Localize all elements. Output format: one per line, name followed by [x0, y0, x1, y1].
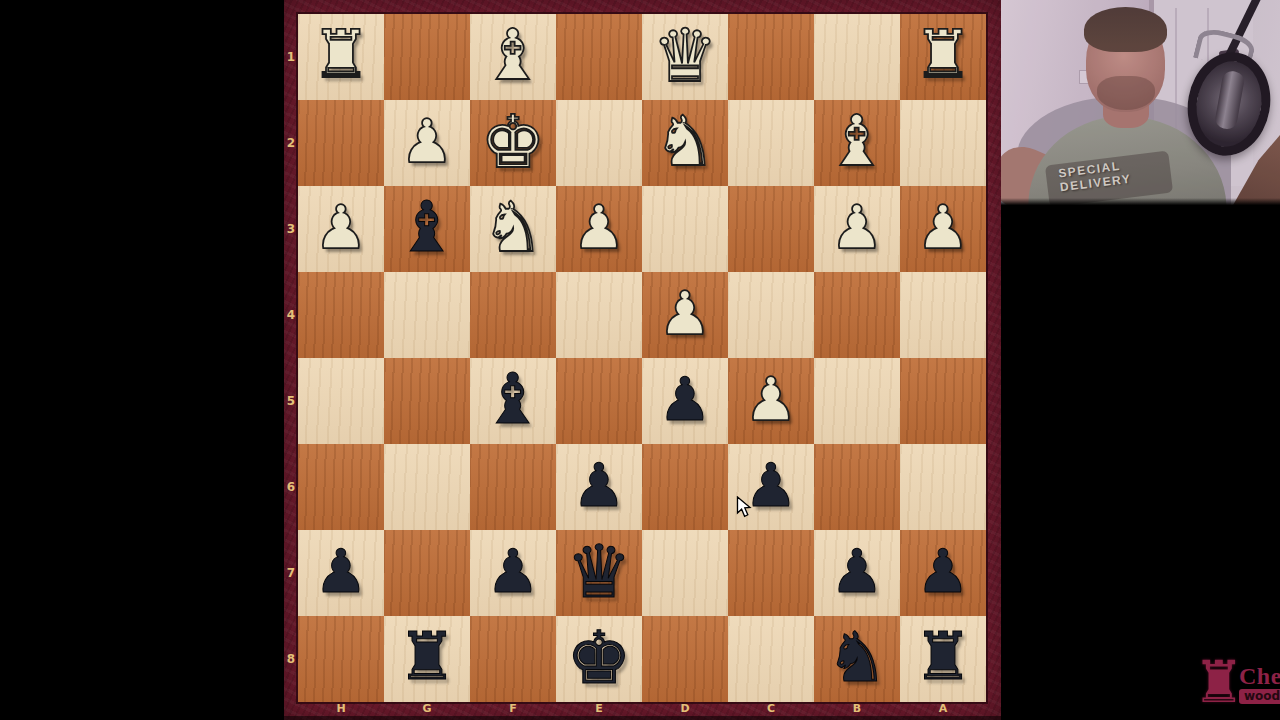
rank-label-4: 4: [284, 272, 298, 358]
square-d3[interactable]: [642, 186, 728, 272]
piece-black-pawn: ♟: [486, 541, 540, 601]
square-a6[interactable]: [900, 444, 986, 530]
board-grid: ♜♝♛♜♟♚♞♝♟♝♞♟♟♟♟♝♟♟♟♟♟♟♛♟♟♜♚♞♜: [298, 14, 986, 702]
piece-white-bishop: ♝: [826, 106, 889, 176]
piece-black-pawn: ♟: [830, 541, 884, 601]
square-b8[interactable]: ♞: [814, 616, 900, 702]
piece-black-rook: ♜: [913, 624, 972, 690]
square-f6[interactable]: [470, 444, 556, 530]
webcam-video: SPECIAL DELIVERY: [1001, 0, 1280, 207]
square-f7[interactable]: ♟: [470, 530, 556, 616]
piece-black-pawn: ♟: [658, 369, 712, 429]
logo-text: Chess wood.ru: [1239, 664, 1280, 710]
video-bottom-edge: [1001, 198, 1280, 207]
piece-black-bishop: ♝: [396, 192, 459, 262]
piece-white-pawn: ♟: [916, 197, 970, 257]
rank-label-3: 3: [284, 186, 298, 272]
square-a2[interactable]: [900, 100, 986, 186]
rank-label-5: 5: [284, 358, 298, 444]
file-label-a: A: [900, 702, 986, 717]
piece-white-pawn: ♟: [658, 283, 712, 343]
piece-white-pawn: ♟: [830, 197, 884, 257]
file-label-d: D: [642, 702, 728, 717]
square-d8[interactable]: [642, 616, 728, 702]
square-c2[interactable]: [728, 100, 814, 186]
rank-label-7: 7: [284, 530, 298, 616]
square-g2[interactable]: ♟: [384, 100, 470, 186]
square-f1[interactable]: ♝: [470, 14, 556, 100]
rank-label-6: 6: [284, 444, 298, 530]
rank-label-1: 1: [284, 14, 298, 100]
square-f3[interactable]: ♞: [470, 186, 556, 272]
file-label-f: F: [470, 702, 556, 717]
mouse-cursor: [736, 496, 753, 519]
piece-black-knight: ♞: [826, 623, 888, 692]
piece-black-pawn: ♟: [916, 541, 970, 601]
file-label-h: H: [298, 702, 384, 717]
file-label-g: G: [384, 702, 470, 717]
square-b4[interactable]: [814, 272, 900, 358]
square-c3[interactable]: [728, 186, 814, 272]
piece-black-king: ♚: [566, 621, 631, 694]
square-b5[interactable]: [814, 358, 900, 444]
square-c1[interactable]: [728, 14, 814, 100]
piece-black-pawn: ♟: [314, 541, 368, 601]
square-a1[interactable]: ♜: [900, 14, 986, 100]
piece-white-pawn: ♟: [744, 369, 798, 429]
logo-title: Chess: [1239, 664, 1280, 688]
piece-white-king: ♚: [480, 105, 545, 178]
square-c7[interactable]: [728, 530, 814, 616]
square-f4[interactable]: [470, 272, 556, 358]
square-d4[interactable]: ♟: [642, 272, 728, 358]
square-e1[interactable]: [556, 14, 642, 100]
square-b2[interactable]: ♝: [814, 100, 900, 186]
file-label-b: B: [814, 702, 900, 717]
square-c5[interactable]: ♟: [728, 358, 814, 444]
square-e4[interactable]: [556, 272, 642, 358]
chessboard-frame: 12345678 ♜♝♛♜♟♚♞♝♟♝♞♟♟♟♟♝♟♟♟♟♟♟♛♟♟♜♚♞♜ H…: [284, 0, 1001, 720]
piece-black-bishop: ♝: [482, 364, 545, 434]
piece-white-knight: ♞: [654, 107, 716, 176]
square-b6[interactable]: [814, 444, 900, 530]
square-h2[interactable]: [298, 100, 384, 186]
square-f2[interactable]: ♚: [470, 100, 556, 186]
logo-subtitle: wood.ru: [1239, 689, 1280, 704]
square-g1[interactable]: [384, 14, 470, 100]
square-e3[interactable]: ♟: [556, 186, 642, 272]
square-h8[interactable]: [298, 616, 384, 702]
file-labels: HGFEDCBA: [298, 702, 986, 717]
piece-white-pawn: ♟: [400, 111, 454, 171]
square-g3[interactable]: ♝: [384, 186, 470, 272]
logo-rook-icon: ♜: [1193, 655, 1245, 710]
square-e5[interactable]: [556, 358, 642, 444]
piece-white-bishop: ♝: [482, 20, 545, 90]
square-d7[interactable]: [642, 530, 728, 616]
square-c4[interactable]: [728, 272, 814, 358]
square-g6[interactable]: [384, 444, 470, 530]
square-e6[interactable]: ♟: [556, 444, 642, 530]
square-c8[interactable]: [728, 616, 814, 702]
piece-white-queen: ♛: [652, 19, 717, 92]
chesswood-logo: ♜ Chess wood.ru: [1193, 655, 1280, 710]
square-f8[interactable]: [470, 616, 556, 702]
file-label-c: C: [728, 702, 814, 717]
piece-white-rook: ♜: [311, 22, 370, 88]
square-g5[interactable]: [384, 358, 470, 444]
piece-white-pawn: ♟: [572, 197, 626, 257]
rank-label-2: 2: [284, 100, 298, 186]
file-label-e: E: [556, 702, 642, 717]
square-e2[interactable]: [556, 100, 642, 186]
piece-white-rook: ♜: [913, 22, 972, 88]
piece-black-rook: ♜: [397, 624, 456, 690]
square-a3[interactable]: ♟: [900, 186, 986, 272]
square-g4[interactable]: [384, 272, 470, 358]
square-f5[interactable]: ♝: [470, 358, 556, 444]
piece-black-pawn: ♟: [572, 455, 626, 515]
square-b7[interactable]: ♟: [814, 530, 900, 616]
rank-label-8: 8: [284, 616, 298, 702]
square-a8[interactable]: ♜: [900, 616, 986, 702]
square-d5[interactable]: ♟: [642, 358, 728, 444]
square-h1[interactable]: ♜: [298, 14, 384, 100]
square-g8[interactable]: ♜: [384, 616, 470, 702]
square-e8[interactable]: ♚: [556, 616, 642, 702]
rank-labels: 12345678: [284, 14, 298, 702]
piece-white-knight: ♞: [482, 193, 544, 262]
square-h5[interactable]: [298, 358, 384, 444]
square-a7[interactable]: ♟: [900, 530, 986, 616]
square-e7[interactable]: ♛: [556, 530, 642, 616]
square-h3[interactable]: ♟: [298, 186, 384, 272]
square-d1[interactable]: ♛: [642, 14, 728, 100]
square-a5[interactable]: [900, 358, 986, 444]
video-tint-overlay: [1001, 0, 1280, 207]
square-g7[interactable]: [384, 530, 470, 616]
square-d6[interactable]: [642, 444, 728, 530]
square-h6[interactable]: [298, 444, 384, 530]
square-a4[interactable]: [900, 272, 986, 358]
square-b3[interactable]: ♟: [814, 186, 900, 272]
square-d2[interactable]: ♞: [642, 100, 728, 186]
square-h7[interactable]: ♟: [298, 530, 384, 616]
piece-black-queen: ♛: [566, 535, 631, 608]
piece-white-pawn: ♟: [314, 197, 368, 257]
square-h4[interactable]: [298, 272, 384, 358]
square-b1[interactable]: [814, 14, 900, 100]
